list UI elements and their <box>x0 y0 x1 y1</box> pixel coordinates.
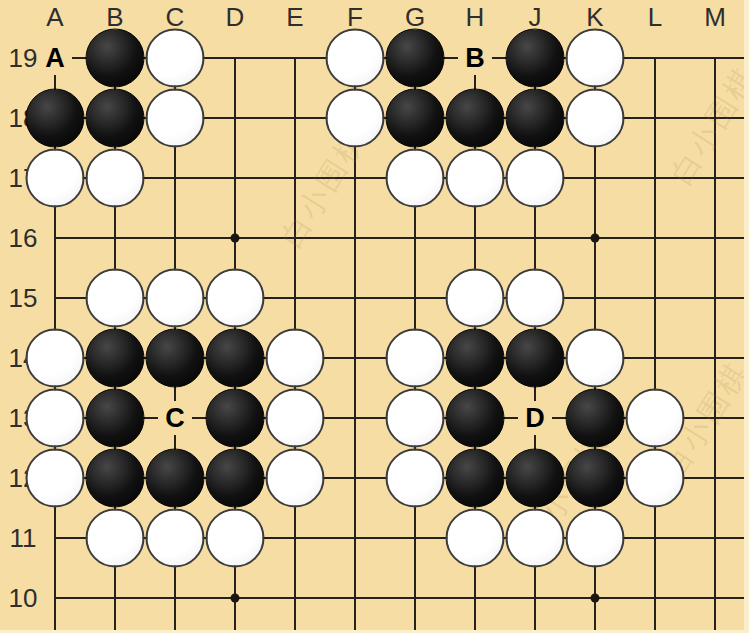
watermark-text: 白小围棋 <box>662 59 749 193</box>
grid-line-col-L <box>654 57 656 630</box>
stone-black-B14[interactable] <box>86 329 145 388</box>
stone-black-G19[interactable] <box>386 29 445 88</box>
point-label-J13[interactable]: D <box>518 401 552 435</box>
stone-black-A18[interactable] <box>26 89 85 148</box>
go-board[interactable]: ABCDEFGHJKLM19181716151413121110白小围棋白小围棋… <box>0 0 749 633</box>
stone-white-C19[interactable] <box>146 29 205 88</box>
coord-row-19: 19 <box>9 43 38 74</box>
stone-white-C15[interactable] <box>146 269 205 328</box>
stone-white-G17[interactable] <box>386 149 445 208</box>
stone-black-J12[interactable] <box>506 449 565 508</box>
stone-black-H12[interactable] <box>446 449 505 508</box>
stone-black-D12[interactable] <box>206 449 265 508</box>
right-edge-highlight <box>744 0 749 633</box>
point-label-H19[interactable]: B <box>458 41 492 75</box>
stone-white-L12[interactable] <box>626 449 685 508</box>
stone-black-H14[interactable] <box>446 329 505 388</box>
star-point-K10 <box>591 594 600 603</box>
stone-white-F19[interactable] <box>326 29 385 88</box>
stone-white-G13[interactable] <box>386 389 445 448</box>
stone-black-G18[interactable] <box>386 89 445 148</box>
stone-white-J17[interactable] <box>506 149 565 208</box>
coord-row-11: 11 <box>10 523 37 554</box>
stone-white-G14[interactable] <box>386 329 445 388</box>
stone-black-H18[interactable] <box>446 89 505 148</box>
star-point-D10 <box>231 594 240 603</box>
stone-white-K18[interactable] <box>566 89 625 148</box>
stone-white-H15[interactable] <box>446 269 505 328</box>
stone-black-B18[interactable] <box>86 89 145 148</box>
stone-white-F18[interactable] <box>326 89 385 148</box>
stone-white-H11[interactable] <box>446 509 505 568</box>
stone-black-J14[interactable] <box>506 329 565 388</box>
stone-white-C11[interactable] <box>146 509 205 568</box>
grid-line-col-M <box>714 57 716 630</box>
stone-white-A14[interactable] <box>26 329 85 388</box>
stone-white-E12[interactable] <box>266 449 325 508</box>
coord-col-L: L <box>648 2 662 33</box>
point-label-A19[interactable]: A <box>38 41 72 75</box>
stone-black-H13[interactable] <box>446 389 505 448</box>
stone-white-D11[interactable] <box>206 509 265 568</box>
stone-white-B11[interactable] <box>86 509 145 568</box>
coord-col-A: A <box>46 2 63 33</box>
stone-white-B17[interactable] <box>86 149 145 208</box>
stone-white-E13[interactable] <box>266 389 325 448</box>
stone-white-J15[interactable] <box>506 269 565 328</box>
coord-row-10: 10 <box>9 583 38 614</box>
stone-white-A17[interactable] <box>26 149 85 208</box>
stone-white-K19[interactable] <box>566 29 625 88</box>
stone-white-C18[interactable] <box>146 89 205 148</box>
grid-line-row-16 <box>54 237 744 239</box>
stone-black-D14[interactable] <box>206 329 265 388</box>
stone-black-C12[interactable] <box>146 449 205 508</box>
star-point-K16 <box>591 234 600 243</box>
stone-black-K13[interactable] <box>566 389 625 448</box>
stone-black-B19[interactable] <box>86 29 145 88</box>
stone-white-B15[interactable] <box>86 269 145 328</box>
stone-white-G12[interactable] <box>386 449 445 508</box>
point-label-C13[interactable]: C <box>158 401 192 435</box>
stone-black-J19[interactable] <box>506 29 565 88</box>
star-point-D16 <box>231 234 240 243</box>
stone-black-K12[interactable] <box>566 449 625 508</box>
stone-white-H17[interactable] <box>446 149 505 208</box>
stone-white-L13[interactable] <box>626 389 685 448</box>
stone-white-J11[interactable] <box>506 509 565 568</box>
stone-white-D15[interactable] <box>206 269 265 328</box>
stone-black-C14[interactable] <box>146 329 205 388</box>
coord-col-M: M <box>704 2 726 33</box>
stone-black-J18[interactable] <box>506 89 565 148</box>
coord-row-16: 16 <box>9 223 38 254</box>
coord-row-15: 15 <box>9 283 38 314</box>
stone-black-D13[interactable] <box>206 389 265 448</box>
stone-white-K14[interactable] <box>566 329 625 388</box>
stone-white-E14[interactable] <box>266 329 325 388</box>
grid-line-row-10 <box>54 597 744 599</box>
coord-col-H: H <box>466 2 485 33</box>
coord-col-D: D <box>226 2 245 33</box>
stone-white-A13[interactable] <box>26 389 85 448</box>
stone-white-A12[interactable] <box>26 449 85 508</box>
stone-white-K11[interactable] <box>566 509 625 568</box>
coord-col-E: E <box>286 2 303 33</box>
stone-black-B12[interactable] <box>86 449 145 508</box>
stone-black-B13[interactable] <box>86 389 145 448</box>
